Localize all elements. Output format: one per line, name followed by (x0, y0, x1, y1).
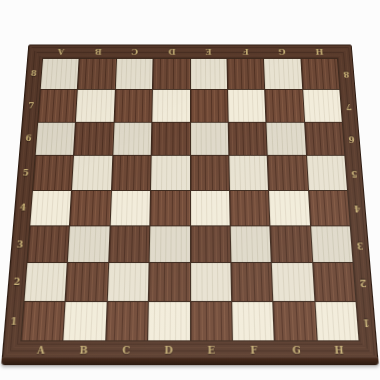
square-d3[interactable] (150, 226, 190, 262)
square-b7[interactable] (76, 90, 114, 121)
square-f4[interactable] (230, 190, 270, 225)
square-h8[interactable] (301, 59, 339, 89)
square-b6[interactable] (74, 123, 113, 155)
square-g3[interactable] (271, 226, 312, 262)
square-f1[interactable] (232, 302, 274, 341)
square-e4[interactable] (191, 190, 230, 225)
square-e6[interactable] (190, 123, 228, 155)
square-f7[interactable] (228, 90, 266, 121)
square-c8[interactable] (116, 59, 153, 89)
square-a1[interactable] (22, 302, 65, 341)
square-g8[interactable] (264, 59, 302, 89)
square-b1[interactable] (64, 302, 107, 341)
square-a3[interactable] (27, 226, 69, 262)
board-frame-top (28, 45, 352, 58)
square-g7[interactable] (265, 90, 303, 121)
square-g6[interactable] (267, 123, 306, 155)
square-a5[interactable] (33, 156, 73, 190)
square-g5[interactable] (268, 156, 308, 190)
board-frame-bottom (3, 341, 377, 358)
square-f6[interactable] (229, 123, 267, 155)
square-a7[interactable] (38, 90, 77, 121)
square-b4[interactable] (70, 190, 110, 225)
square-f2[interactable] (231, 263, 272, 300)
square-b5[interactable] (72, 156, 112, 190)
square-e1[interactable] (191, 302, 232, 341)
square-a6[interactable] (36, 123, 76, 155)
square-h4[interactable] (309, 190, 350, 225)
square-d8[interactable] (153, 59, 189, 89)
square-e7[interactable] (190, 90, 227, 121)
square-d4[interactable] (150, 190, 189, 225)
square-h3[interactable] (311, 226, 353, 262)
square-a4[interactable] (30, 190, 71, 225)
chessboard: A B C D E F G H A B C D E F G H 8 7 6 5 … (2, 45, 379, 360)
square-f8[interactable] (227, 59, 264, 89)
square-d2[interactable] (149, 263, 189, 300)
square-e2[interactable] (191, 263, 231, 300)
square-f3[interactable] (231, 226, 271, 262)
square-g2[interactable] (272, 263, 314, 300)
square-c7[interactable] (114, 90, 152, 121)
square-d1[interactable] (148, 302, 189, 341)
square-g1[interactable] (274, 302, 317, 341)
square-c3[interactable] (109, 226, 149, 262)
square-e3[interactable] (191, 226, 231, 262)
square-g4[interactable] (269, 190, 309, 225)
square-d6[interactable] (152, 123, 190, 155)
square-b2[interactable] (66, 263, 108, 300)
square-h1[interactable] (315, 302, 358, 341)
square-h6[interactable] (305, 123, 345, 155)
square-b3[interactable] (68, 226, 109, 262)
square-c1[interactable] (106, 302, 148, 341)
square-h2[interactable] (313, 263, 356, 300)
square-d7[interactable] (152, 90, 189, 121)
square-e8[interactable] (190, 59, 226, 89)
board-squares (20, 58, 359, 341)
square-c2[interactable] (108, 263, 149, 300)
square-f5[interactable] (229, 156, 268, 190)
photo-background: A B C D E F G H A B C D E F G H 8 7 6 5 … (0, 0, 380, 380)
square-e5[interactable] (190, 156, 228, 190)
square-c5[interactable] (112, 156, 151, 190)
square-c4[interactable] (110, 190, 150, 225)
square-b8[interactable] (78, 59, 116, 89)
square-h7[interactable] (303, 90, 342, 121)
square-c6[interactable] (113, 123, 151, 155)
square-a8[interactable] (41, 59, 79, 89)
square-a2[interactable] (25, 263, 68, 300)
square-d5[interactable] (151, 156, 189, 190)
square-h5[interactable] (307, 156, 347, 190)
